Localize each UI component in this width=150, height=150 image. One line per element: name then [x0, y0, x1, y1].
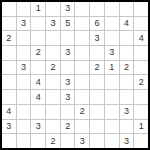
cell-r8c3[interactable] — [31, 105, 45, 119]
cell-r9c9[interactable] — [120, 120, 134, 134]
cell-r7c8[interactable] — [105, 90, 119, 104]
cell-r6c6[interactable] — [75, 75, 89, 89]
cell-r5c10[interactable] — [134, 61, 148, 75]
cell-r2c6[interactable] — [75, 17, 89, 31]
cell-r2c10[interactable] — [134, 17, 148, 31]
cell-r5c9[interactable]: 2 — [120, 61, 134, 75]
cell-r10c3[interactable] — [31, 134, 45, 148]
cell-r4c7[interactable] — [90, 46, 104, 60]
cell-r7c1[interactable] — [2, 90, 16, 104]
cell-r3c1[interactable]: 2 — [2, 31, 16, 45]
cell-r3c5[interactable] — [61, 31, 75, 45]
cell-r4c6[interactable] — [75, 46, 89, 60]
cell-r5c3[interactable] — [31, 61, 45, 75]
cell-r8c1[interactable]: 4 — [2, 105, 16, 119]
cell-r2c7[interactable]: 6 — [90, 17, 104, 31]
cell-r10c5[interactable] — [61, 134, 75, 148]
cell-r7c6[interactable] — [75, 90, 89, 104]
cell-r10c4[interactable]: 2 — [46, 134, 60, 148]
cell-r2c2[interactable]: 3 — [17, 17, 31, 31]
cell-r8c6[interactable]: 2 — [75, 105, 89, 119]
cell-r10c8[interactable] — [105, 134, 119, 148]
cell-r5c2[interactable]: 3 — [17, 61, 31, 75]
cell-r7c2[interactable] — [17, 90, 31, 104]
cell-r6c2[interactable] — [17, 75, 31, 89]
cell-r3c3[interactable] — [31, 31, 45, 45]
cell-r8c2[interactable] — [17, 105, 31, 119]
cell-r2c3[interactable] — [31, 17, 45, 31]
cell-r8c4[interactable] — [46, 105, 60, 119]
cell-r2c8[interactable] — [105, 17, 119, 31]
cell-r6c1[interactable] — [2, 75, 16, 89]
cell-r7c3[interactable]: 4 — [31, 90, 45, 104]
cell-r3c7[interactable]: 3 — [90, 31, 104, 45]
cell-r1c5[interactable]: 3 — [61, 2, 75, 16]
cell-r1c1[interactable] — [2, 2, 16, 16]
cell-r8c7[interactable] — [90, 105, 104, 119]
cell-r4c1[interactable] — [2, 46, 16, 60]
cell-r8c10[interactable] — [134, 105, 148, 119]
cell-r9c2[interactable] — [17, 120, 31, 134]
cell-r5c5[interactable] — [61, 61, 75, 75]
cell-r1c2[interactable] — [17, 2, 31, 16]
cell-r9c10[interactable]: 1 — [134, 120, 148, 134]
cell-r9c1[interactable]: 3 — [2, 120, 16, 134]
cell-r7c4[interactable] — [46, 90, 60, 104]
puzzle-board: 133356423423332212432434233321233 — [0, 0, 150, 150]
cell-r10c10[interactable] — [134, 134, 148, 148]
cell-r9c6[interactable] — [75, 120, 89, 134]
cell-r3c2[interactable] — [17, 31, 31, 45]
cell-r6c4[interactable] — [46, 75, 60, 89]
cell-r4c4[interactable] — [46, 46, 60, 60]
cell-r9c5[interactable]: 2 — [61, 120, 75, 134]
cell-r6c7[interactable] — [90, 75, 104, 89]
cell-r2c5[interactable]: 5 — [61, 17, 75, 31]
cell-r4c5[interactable]: 3 — [61, 46, 75, 60]
cell-r5c8[interactable]: 1 — [105, 61, 119, 75]
cell-r5c6[interactable] — [75, 61, 89, 75]
cell-r10c7[interactable] — [90, 134, 104, 148]
cell-r4c9[interactable] — [120, 46, 134, 60]
cell-r2c9[interactable]: 4 — [120, 17, 134, 31]
cell-r4c8[interactable]: 3 — [105, 46, 119, 60]
cell-r9c8[interactable] — [105, 120, 119, 134]
cell-r7c10[interactable] — [134, 90, 148, 104]
cell-r1c8[interactable] — [105, 2, 119, 16]
cell-r1c10[interactable] — [134, 2, 148, 16]
cell-r7c9[interactable] — [120, 90, 134, 104]
cell-r10c9[interactable]: 3 — [120, 134, 134, 148]
cell-r3c9[interactable] — [120, 31, 134, 45]
cell-r1c9[interactable] — [120, 2, 134, 16]
cell-r4c2[interactable] — [17, 46, 31, 60]
cell-r1c3[interactable]: 1 — [31, 2, 45, 16]
cell-r9c7[interactable] — [90, 120, 104, 134]
cell-r3c6[interactable] — [75, 31, 89, 45]
cell-r7c7[interactable] — [90, 90, 104, 104]
cell-r6c10[interactable]: 2 — [134, 75, 148, 89]
cell-r9c3[interactable]: 3 — [31, 120, 45, 134]
cell-r3c10[interactable]: 4 — [134, 31, 148, 45]
cell-r10c6[interactable]: 3 — [75, 134, 89, 148]
cell-r5c4[interactable]: 2 — [46, 61, 60, 75]
cell-r8c9[interactable]: 3 — [120, 105, 134, 119]
cell-r10c1[interactable] — [2, 134, 16, 148]
cell-r7c5[interactable]: 3 — [61, 90, 75, 104]
cell-r5c7[interactable]: 2 — [90, 61, 104, 75]
cell-r6c9[interactable] — [120, 75, 134, 89]
cell-r4c10[interactable] — [134, 46, 148, 60]
cell-r3c4[interactable] — [46, 31, 60, 45]
cell-r9c4[interactable] — [46, 120, 60, 134]
cell-r1c4[interactable] — [46, 2, 60, 16]
cell-r6c8[interactable] — [105, 75, 119, 89]
cell-r2c4[interactable]: 3 — [46, 17, 60, 31]
cell-r8c8[interactable] — [105, 105, 119, 119]
cell-r8c5[interactable] — [61, 105, 75, 119]
cell-r6c3[interactable]: 4 — [31, 75, 45, 89]
cell-r3c8[interactable] — [105, 31, 119, 45]
cell-r5c1[interactable] — [2, 61, 16, 75]
cell-r4c3[interactable]: 2 — [31, 46, 45, 60]
cell-r6c5[interactable]: 3 — [61, 75, 75, 89]
cell-r10c2[interactable] — [17, 134, 31, 148]
cell-r1c6[interactable] — [75, 2, 89, 16]
cell-r1c7[interactable] — [90, 2, 104, 16]
cell-r2c1[interactable] — [2, 17, 16, 31]
